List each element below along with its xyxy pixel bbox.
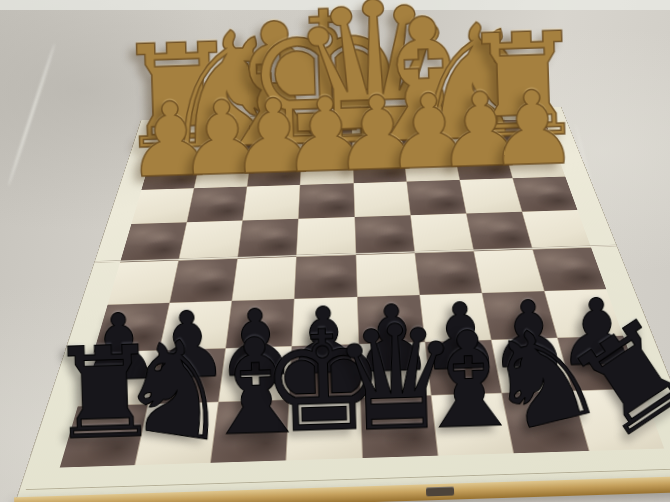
camera-tilt-wrapper: ♜♞♝♚♛♝♞♜♟♟♟♟♟♟♟♟♟♟♟♟♟♟♟♟♜♞♝♚♛♝♞♜ xyxy=(0,0,670,502)
white-pawn-a2: ♟ xyxy=(485,76,580,181)
chess-photo-scene: ♜♞♝♚♛♝♞♜♟♟♟♟♟♟♟♟♟♟♟♟♟♟♟♟♜♞♝♚♛♝♞♜ xyxy=(0,0,670,502)
pieces-layer: ♜♞♝♚♛♝♞♜♟♟♟♟♟♟♟♟♟♟♟♟♟♟♟♟♜♞♝♚♛♝♞♜ xyxy=(0,0,670,502)
